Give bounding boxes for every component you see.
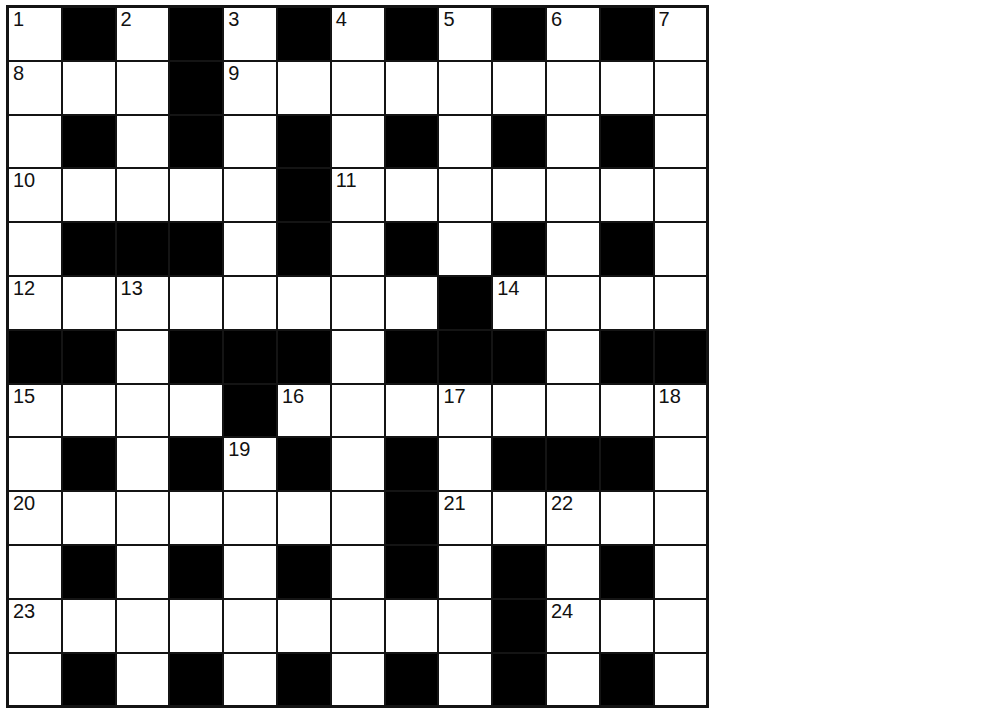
cell-r4c11 (600, 222, 654, 276)
cell-r8c0[interactable] (8, 437, 62, 491)
cell-r0c1 (62, 7, 116, 61)
cell-r5c3[interactable] (169, 276, 223, 330)
cell-r6c8 (438, 330, 492, 384)
cell-r10c0[interactable] (8, 545, 62, 599)
cell-r6c2[interactable] (116, 330, 170, 384)
cell-r1c9[interactable] (492, 61, 546, 115)
clue-number-5: 5 (443, 9, 454, 31)
cell-r12c7 (385, 653, 439, 707)
cell-r9c1[interactable] (62, 491, 116, 545)
cell-r10c3 (169, 545, 223, 599)
cell-r6c6[interactable] (331, 330, 385, 384)
cell-r4c0[interactable] (8, 222, 62, 276)
cell-r0c5 (277, 7, 331, 61)
cell-r4c6[interactable] (331, 222, 385, 276)
cell-r6c9 (492, 330, 546, 384)
clue-number-22: 22 (551, 493, 573, 515)
cell-r0c11 (600, 7, 654, 61)
cell-r1c8[interactable] (438, 61, 492, 115)
cell-r2c11 (600, 115, 654, 169)
cell-r5c10[interactable] (546, 276, 600, 330)
cell-r10c8[interactable] (438, 545, 492, 599)
cell-r10c12[interactable] (654, 545, 708, 599)
cell-r12c0[interactable] (8, 653, 62, 707)
clue-number-11: 11 (336, 170, 357, 192)
cell-r4c4[interactable] (223, 222, 277, 276)
clue-number-1: 1 (13, 9, 24, 31)
cell-r11c8[interactable] (438, 599, 492, 653)
cell-r7c0[interactable]: 15 (8, 384, 62, 438)
cell-r3c5 (277, 168, 331, 222)
cell-r3c7[interactable] (385, 168, 439, 222)
cell-r10c9 (492, 545, 546, 599)
cell-r4c9 (492, 222, 546, 276)
cell-r8c12[interactable] (654, 437, 708, 491)
clue-number-15: 15 (13, 386, 35, 408)
cell-r12c9 (492, 653, 546, 707)
cell-r2c7 (385, 115, 439, 169)
clue-number-20: 20 (13, 493, 35, 515)
clue-number-16: 16 (282, 386, 304, 408)
cell-r11c3[interactable] (169, 599, 223, 653)
cell-r12c1 (62, 653, 116, 707)
cell-r2c8[interactable] (438, 115, 492, 169)
cell-r9c11[interactable] (600, 491, 654, 545)
clue-number-7: 7 (659, 9, 670, 31)
cell-r8c8[interactable] (438, 437, 492, 491)
cell-r9c9[interactable] (492, 491, 546, 545)
cell-r1c7[interactable] (385, 61, 439, 115)
cell-r3c4[interactable] (223, 168, 277, 222)
cell-r0c2[interactable]: 2 (116, 7, 170, 61)
cell-r5c7[interactable] (385, 276, 439, 330)
cell-r3c6[interactable]: 11 (331, 168, 385, 222)
cell-r9c10[interactable]: 22 (546, 491, 600, 545)
cell-r8c2[interactable] (116, 437, 170, 491)
cell-r3c10[interactable] (546, 168, 600, 222)
cell-r4c12[interactable] (654, 222, 708, 276)
clue-number-19: 19 (228, 439, 250, 461)
cell-r5c5[interactable] (277, 276, 331, 330)
cell-r5c9[interactable]: 14 (492, 276, 546, 330)
clue-number-24: 24 (551, 601, 573, 623)
cell-r12c6[interactable] (331, 653, 385, 707)
cell-r8c5 (277, 437, 331, 491)
cell-r3c12[interactable] (654, 168, 708, 222)
cell-r0c7 (385, 7, 439, 61)
clue-number-6: 6 (551, 9, 562, 31)
cell-r8c11 (600, 437, 654, 491)
cell-r0c12[interactable]: 7 (654, 7, 708, 61)
cell-r7c8[interactable]: 17 (438, 384, 492, 438)
cell-r7c11[interactable] (600, 384, 654, 438)
cell-r6c5 (277, 330, 331, 384)
cell-r2c6[interactable] (331, 115, 385, 169)
cell-r8c6[interactable] (331, 437, 385, 491)
cell-r4c3 (169, 222, 223, 276)
cell-r11c1[interactable] (62, 599, 116, 653)
cell-r0c9 (492, 7, 546, 61)
cell-r0c0[interactable]: 1 (8, 7, 62, 61)
cell-r9c4[interactable] (223, 491, 277, 545)
cell-r0c3 (169, 7, 223, 61)
cell-r2c9 (492, 115, 546, 169)
cell-r7c9[interactable] (492, 384, 546, 438)
cell-r5c2[interactable]: 13 (116, 276, 170, 330)
cell-r2c4[interactable] (223, 115, 277, 169)
cell-r0c8[interactable]: 5 (438, 7, 492, 61)
cell-r2c5 (277, 115, 331, 169)
cell-r0c10[interactable]: 6 (546, 7, 600, 61)
cell-r11c10[interactable]: 24 (546, 599, 600, 653)
cell-r11c4[interactable] (223, 599, 277, 653)
cell-r6c12 (654, 330, 708, 384)
cell-r2c2[interactable] (116, 115, 170, 169)
cell-r7c10[interactable] (546, 384, 600, 438)
cell-r11c2[interactable] (116, 599, 170, 653)
cell-r5c11[interactable] (600, 276, 654, 330)
crossword-board: 123456789101112131415161718192021222324 (6, 5, 709, 708)
clue-number-21: 21 (443, 493, 465, 515)
cell-r9c7 (385, 491, 439, 545)
cell-r1c1[interactable] (62, 61, 116, 115)
cell-r8c1 (62, 437, 116, 491)
cell-r1c6[interactable] (331, 61, 385, 115)
cell-r12c5 (277, 653, 331, 707)
clue-number-23: 23 (13, 601, 35, 623)
cell-r1c12[interactable] (654, 61, 708, 115)
cell-r12c2[interactable] (116, 653, 170, 707)
clue-number-8: 8 (13, 63, 24, 85)
cell-r12c4[interactable] (223, 653, 277, 707)
cell-r10c10[interactable] (546, 545, 600, 599)
cell-r1c4[interactable]: 9 (223, 61, 277, 115)
clue-number-18: 18 (659, 386, 681, 408)
cell-r8c7 (385, 437, 439, 491)
cell-r6c7 (385, 330, 439, 384)
cell-r8c9 (492, 437, 546, 491)
cell-r9c12[interactable] (654, 491, 708, 545)
cell-r5c4[interactable] (223, 276, 277, 330)
cell-r3c2[interactable] (116, 168, 170, 222)
cell-r1c3 (169, 61, 223, 115)
cell-r7c12[interactable]: 18 (654, 384, 708, 438)
cell-r0c6[interactable]: 4 (331, 7, 385, 61)
cell-r2c0[interactable] (8, 115, 62, 169)
clue-number-9: 9 (228, 63, 239, 85)
clue-number-10: 10 (13, 170, 35, 192)
cell-r0c4[interactable]: 3 (223, 7, 277, 61)
cell-r3c1[interactable] (62, 168, 116, 222)
cell-r9c2[interactable] (116, 491, 170, 545)
cell-r8c4[interactable]: 19 (223, 437, 277, 491)
cell-r3c0[interactable]: 10 (8, 168, 62, 222)
cell-r3c3[interactable] (169, 168, 223, 222)
cell-r5c1[interactable] (62, 276, 116, 330)
cell-r4c8[interactable] (438, 222, 492, 276)
cell-r5c12[interactable] (654, 276, 708, 330)
cell-r12c3 (169, 653, 223, 707)
cell-r10c2[interactable] (116, 545, 170, 599)
cell-r11c7[interactable] (385, 599, 439, 653)
cell-r7c1[interactable] (62, 384, 116, 438)
cell-r7c4 (223, 384, 277, 438)
cell-r8c10 (546, 437, 600, 491)
clue-number-12: 12 (13, 278, 35, 300)
cell-r1c2[interactable] (116, 61, 170, 115)
cell-r12c10[interactable] (546, 653, 600, 707)
cell-r11c12[interactable] (654, 599, 708, 653)
cell-r2c1 (62, 115, 116, 169)
cell-r6c0 (8, 330, 62, 384)
clue-number-17: 17 (443, 386, 465, 408)
cell-r5c8 (438, 276, 492, 330)
cell-r6c11 (600, 330, 654, 384)
cell-r5c6[interactable] (331, 276, 385, 330)
cell-r4c2 (116, 222, 170, 276)
cell-r10c11 (600, 545, 654, 599)
cell-r7c2[interactable] (116, 384, 170, 438)
cell-r4c1 (62, 222, 116, 276)
cell-r10c7 (385, 545, 439, 599)
cell-r6c3 (169, 330, 223, 384)
cell-r6c1 (62, 330, 116, 384)
cell-r3c11[interactable] (600, 168, 654, 222)
cell-r7c6[interactable] (331, 384, 385, 438)
cell-r4c5 (277, 222, 331, 276)
cell-r2c12[interactable] (654, 115, 708, 169)
cell-r10c1 (62, 545, 116, 599)
cell-r11c0[interactable]: 23 (8, 599, 62, 653)
cell-r10c4[interactable] (223, 545, 277, 599)
cell-r6c10[interactable] (546, 330, 600, 384)
cell-r1c10[interactable] (546, 61, 600, 115)
clue-number-2: 2 (121, 9, 132, 31)
cell-r11c6[interactable] (331, 599, 385, 653)
clue-number-3: 3 (228, 9, 239, 31)
cell-r11c5[interactable] (277, 599, 331, 653)
cell-r7c3[interactable] (169, 384, 223, 438)
cell-r2c3 (169, 115, 223, 169)
cell-r9c6[interactable] (331, 491, 385, 545)
cell-r7c5[interactable]: 16 (277, 384, 331, 438)
cell-r2c10[interactable] (546, 115, 600, 169)
cell-r12c8[interactable] (438, 653, 492, 707)
cell-r1c5[interactable] (277, 61, 331, 115)
cell-r5c0[interactable]: 12 (8, 276, 62, 330)
cell-r1c0[interactable]: 8 (8, 61, 62, 115)
cell-r6c4 (223, 330, 277, 384)
cell-r11c9 (492, 599, 546, 653)
cell-r1c11[interactable] (600, 61, 654, 115)
cell-r3c9[interactable] (492, 168, 546, 222)
cell-r9c0[interactable]: 20 (8, 491, 62, 545)
cell-r12c11 (600, 653, 654, 707)
clue-number-14: 14 (497, 278, 519, 300)
cell-r4c7 (385, 222, 439, 276)
cell-r7c7[interactable] (385, 384, 439, 438)
cell-r9c5[interactable] (277, 491, 331, 545)
cell-r12c12[interactable] (654, 653, 708, 707)
cell-r10c5 (277, 545, 331, 599)
cell-r3c8[interactable] (438, 168, 492, 222)
cell-r10c6[interactable] (331, 545, 385, 599)
cell-r4c10[interactable] (546, 222, 600, 276)
cell-r8c3 (169, 437, 223, 491)
cell-r9c3[interactable] (169, 491, 223, 545)
clue-number-13: 13 (121, 278, 143, 300)
clue-number-4: 4 (336, 9, 347, 31)
cell-r11c11[interactable] (600, 599, 654, 653)
cell-r9c8[interactable]: 21 (438, 491, 492, 545)
